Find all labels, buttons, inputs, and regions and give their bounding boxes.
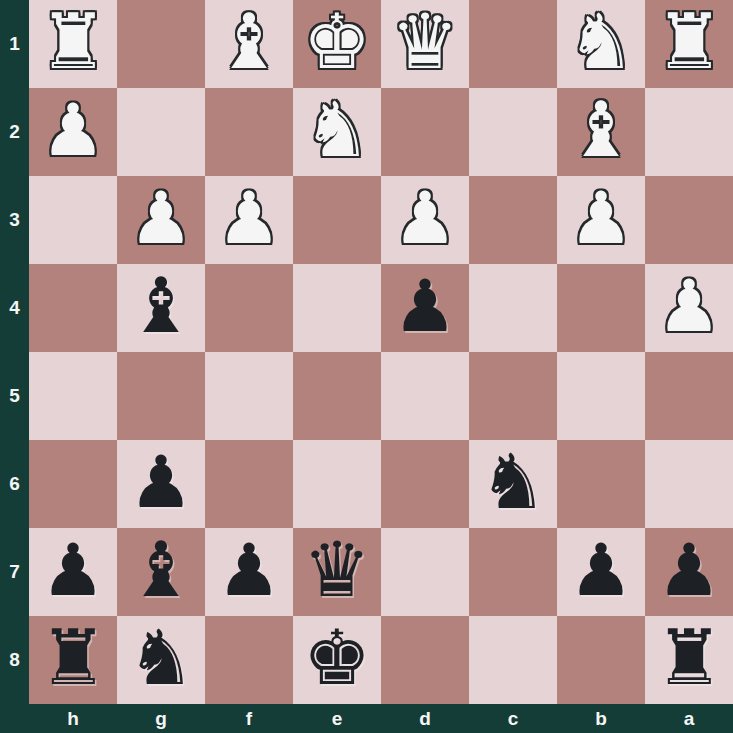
piece-black-pawn: ♟ (217, 534, 282, 606)
piece-white-knight: ♞ (303, 92, 371, 168)
piece-white-pawn: ♟ (129, 182, 194, 254)
piece-white-pawn: ♟ (569, 182, 634, 254)
square-h5[interactable] (29, 352, 117, 440)
rank-labels: 12345678 (0, 0, 29, 704)
square-a5[interactable] (645, 352, 733, 440)
square-e5[interactable] (293, 352, 381, 440)
square-e1[interactable]: ♚ (293, 0, 381, 88)
piece-white-queen: ♛ (391, 4, 459, 80)
square-g8[interactable]: ♞ (117, 616, 205, 704)
square-c6[interactable]: ♞ (469, 440, 557, 528)
square-c5[interactable] (469, 352, 557, 440)
file-label-e: e (293, 704, 381, 733)
square-d7[interactable] (381, 528, 469, 616)
chessboard-frame: 12345678 ♜♝♚♛♞♜♟♞♝♟♟♟♟♝♟♟♟♞♟♝♟♛♟♟♜♞♚♜ hg… (0, 0, 733, 733)
square-b6[interactable] (557, 440, 645, 528)
square-b4[interactable] (557, 264, 645, 352)
piece-black-pawn: ♟ (129, 446, 194, 518)
piece-white-bishop: ♝ (567, 92, 635, 168)
square-e6[interactable] (293, 440, 381, 528)
rank-label-2: 2 (0, 88, 29, 176)
square-d6[interactable] (381, 440, 469, 528)
square-c2[interactable] (469, 88, 557, 176)
square-c3[interactable] (469, 176, 557, 264)
piece-white-rook: ♜ (39, 4, 107, 80)
piece-black-pawn: ♟ (569, 534, 634, 606)
piece-white-pawn: ♟ (41, 94, 106, 166)
square-g7[interactable]: ♝ (117, 528, 205, 616)
square-f4[interactable] (205, 264, 293, 352)
square-b8[interactable] (557, 616, 645, 704)
square-d2[interactable] (381, 88, 469, 176)
piece-white-bishop: ♝ (215, 4, 283, 80)
square-d3[interactable]: ♟ (381, 176, 469, 264)
square-d5[interactable] (381, 352, 469, 440)
square-h3[interactable] (29, 176, 117, 264)
square-b3[interactable]: ♟ (557, 176, 645, 264)
piece-black-knight: ♞ (127, 620, 195, 696)
square-g5[interactable] (117, 352, 205, 440)
square-e7[interactable]: ♛ (293, 528, 381, 616)
square-a6[interactable] (645, 440, 733, 528)
piece-black-pawn: ♟ (393, 270, 458, 342)
chess-board: ♜♝♚♛♞♜♟♞♝♟♟♟♟♝♟♟♟♞♟♝♟♛♟♟♜♞♚♜ (29, 0, 733, 704)
square-g2[interactable] (117, 88, 205, 176)
square-h8[interactable]: ♜ (29, 616, 117, 704)
square-h2[interactable]: ♟ (29, 88, 117, 176)
square-a1[interactable]: ♜ (645, 0, 733, 88)
square-h4[interactable] (29, 264, 117, 352)
square-e4[interactable] (293, 264, 381, 352)
file-label-d: d (381, 704, 469, 733)
square-b7[interactable]: ♟ (557, 528, 645, 616)
square-b5[interactable] (557, 352, 645, 440)
square-d8[interactable] (381, 616, 469, 704)
square-a8[interactable]: ♜ (645, 616, 733, 704)
square-c7[interactable] (469, 528, 557, 616)
square-h7[interactable]: ♟ (29, 528, 117, 616)
rank-label-4: 4 (0, 264, 29, 352)
square-d4[interactable]: ♟ (381, 264, 469, 352)
rank-label-1: 1 (0, 0, 29, 88)
square-d1[interactable]: ♛ (381, 0, 469, 88)
file-label-a: a (645, 704, 733, 733)
square-a4[interactable]: ♟ (645, 264, 733, 352)
square-a2[interactable] (645, 88, 733, 176)
piece-black-bishop: ♝ (127, 268, 195, 344)
square-g1[interactable] (117, 0, 205, 88)
rank-label-6: 6 (0, 440, 29, 528)
piece-white-knight: ♞ (567, 4, 635, 80)
square-e8[interactable]: ♚ (293, 616, 381, 704)
square-e2[interactable]: ♞ (293, 88, 381, 176)
square-h1[interactable]: ♜ (29, 0, 117, 88)
piece-black-pawn: ♟ (41, 534, 106, 606)
square-f7[interactable]: ♟ (205, 528, 293, 616)
piece-white-pawn: ♟ (217, 182, 282, 254)
file-label-c: c (469, 704, 557, 733)
square-g4[interactable]: ♝ (117, 264, 205, 352)
square-g6[interactable]: ♟ (117, 440, 205, 528)
piece-white-pawn: ♟ (393, 182, 458, 254)
file-label-f: f (205, 704, 293, 733)
rank-label-3: 3 (0, 176, 29, 264)
square-f6[interactable] (205, 440, 293, 528)
piece-black-bishop: ♝ (127, 532, 195, 608)
square-f5[interactable] (205, 352, 293, 440)
piece-black-pawn: ♟ (657, 534, 722, 606)
piece-black-knight: ♞ (479, 444, 547, 520)
file-label-h: h (29, 704, 117, 733)
square-c8[interactable] (469, 616, 557, 704)
piece-white-king: ♚ (303, 4, 371, 80)
piece-white-rook: ♜ (655, 4, 723, 80)
square-b2[interactable]: ♝ (557, 88, 645, 176)
piece-black-rook: ♜ (655, 620, 723, 696)
piece-white-pawn: ♟ (657, 270, 722, 342)
square-h6[interactable] (29, 440, 117, 528)
piece-black-queen: ♛ (303, 532, 371, 608)
file-label-g: g (117, 704, 205, 733)
square-c4[interactable] (469, 264, 557, 352)
rank-label-5: 5 (0, 352, 29, 440)
rank-label-8: 8 (0, 616, 29, 704)
square-c1[interactable] (469, 0, 557, 88)
square-f2[interactable] (205, 88, 293, 176)
square-g3[interactable]: ♟ (117, 176, 205, 264)
square-e3[interactable] (293, 176, 381, 264)
rank-label-7: 7 (0, 528, 29, 616)
file-labels: hgfedcba (29, 704, 733, 733)
square-f3[interactable]: ♟ (205, 176, 293, 264)
square-b1[interactable]: ♞ (557, 0, 645, 88)
square-f8[interactable] (205, 616, 293, 704)
piece-black-rook: ♜ (39, 620, 107, 696)
file-label-b: b (557, 704, 645, 733)
piece-black-king: ♚ (303, 620, 371, 696)
square-a3[interactable] (645, 176, 733, 264)
square-a7[interactable]: ♟ (645, 528, 733, 616)
square-f1[interactable]: ♝ (205, 0, 293, 88)
